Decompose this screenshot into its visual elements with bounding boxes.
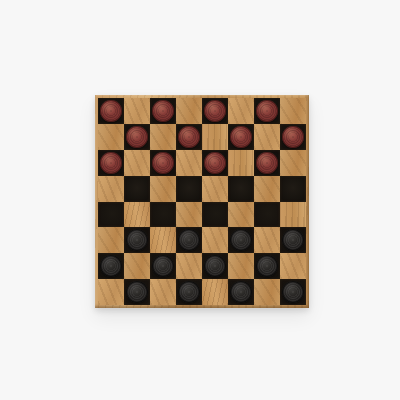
cell-d7[interactable] bbox=[176, 124, 202, 150]
cell-d2[interactable] bbox=[176, 253, 202, 279]
cell-d5[interactable] bbox=[176, 176, 202, 202]
cell-h5[interactable] bbox=[280, 176, 306, 202]
cell-c2[interactable] bbox=[150, 253, 176, 279]
cell-e5[interactable] bbox=[202, 176, 228, 202]
cell-f2[interactable] bbox=[228, 253, 254, 279]
red-checker[interactable] bbox=[256, 152, 278, 174]
cell-f6[interactable] bbox=[228, 150, 254, 176]
cell-c8[interactable] bbox=[150, 98, 176, 124]
cell-g6[interactable] bbox=[254, 150, 280, 176]
black-checker[interactable] bbox=[178, 281, 200, 303]
red-checker[interactable] bbox=[178, 126, 200, 148]
black-checker[interactable] bbox=[152, 255, 174, 277]
cell-f3[interactable] bbox=[228, 227, 254, 253]
cell-f1[interactable] bbox=[228, 279, 254, 305]
cell-b2[interactable] bbox=[124, 253, 150, 279]
red-checker[interactable] bbox=[126, 126, 148, 148]
red-checker[interactable] bbox=[230, 126, 252, 148]
cell-e8[interactable] bbox=[202, 98, 228, 124]
cell-g7[interactable] bbox=[254, 124, 280, 150]
cell-c7[interactable] bbox=[150, 124, 176, 150]
red-checker[interactable] bbox=[100, 152, 122, 174]
cell-e1[interactable] bbox=[202, 279, 228, 305]
cell-h6[interactable] bbox=[280, 150, 306, 176]
cell-f7[interactable] bbox=[228, 124, 254, 150]
cell-b8[interactable] bbox=[124, 98, 150, 124]
cell-b6[interactable] bbox=[124, 150, 150, 176]
cell-e7[interactable] bbox=[202, 124, 228, 150]
cell-e6[interactable] bbox=[202, 150, 228, 176]
black-checker[interactable] bbox=[230, 281, 252, 303]
cell-h3[interactable] bbox=[280, 227, 306, 253]
cell-f4[interactable] bbox=[228, 202, 254, 228]
cell-e3[interactable] bbox=[202, 227, 228, 253]
cell-b5[interactable] bbox=[124, 176, 150, 202]
cell-b4[interactable] bbox=[124, 202, 150, 228]
cell-a5[interactable] bbox=[98, 176, 124, 202]
black-checker[interactable] bbox=[126, 229, 148, 251]
cell-a2[interactable] bbox=[98, 253, 124, 279]
cell-c5[interactable] bbox=[150, 176, 176, 202]
board-grid bbox=[98, 98, 306, 305]
red-checker[interactable] bbox=[256, 100, 278, 122]
cell-c6[interactable] bbox=[150, 150, 176, 176]
cell-g1[interactable] bbox=[254, 279, 280, 305]
cell-b3[interactable] bbox=[124, 227, 150, 253]
black-checker[interactable] bbox=[282, 229, 304, 251]
black-checker[interactable] bbox=[282, 281, 304, 303]
cell-b7[interactable] bbox=[124, 124, 150, 150]
cell-g2[interactable] bbox=[254, 253, 280, 279]
cell-e4[interactable] bbox=[202, 202, 228, 228]
red-checker[interactable] bbox=[204, 152, 226, 174]
cell-h2[interactable] bbox=[280, 253, 306, 279]
red-checker[interactable] bbox=[100, 100, 122, 122]
cell-d4[interactable] bbox=[176, 202, 202, 228]
cell-d3[interactable] bbox=[176, 227, 202, 253]
cell-d6[interactable] bbox=[176, 150, 202, 176]
cell-d8[interactable] bbox=[176, 98, 202, 124]
cell-h4[interactable] bbox=[280, 202, 306, 228]
cell-a1[interactable] bbox=[98, 279, 124, 305]
black-checker[interactable] bbox=[126, 281, 148, 303]
photo-background bbox=[0, 0, 400, 400]
cell-a6[interactable] bbox=[98, 150, 124, 176]
cell-a8[interactable] bbox=[98, 98, 124, 124]
cell-e2[interactable] bbox=[202, 253, 228, 279]
red-checker[interactable] bbox=[204, 100, 226, 122]
cell-g5[interactable] bbox=[254, 176, 280, 202]
cell-c3[interactable] bbox=[150, 227, 176, 253]
black-checker[interactable] bbox=[100, 255, 122, 277]
cell-g4[interactable] bbox=[254, 202, 280, 228]
cell-g3[interactable] bbox=[254, 227, 280, 253]
red-checker[interactable] bbox=[282, 126, 304, 148]
cell-c4[interactable] bbox=[150, 202, 176, 228]
cell-h7[interactable] bbox=[280, 124, 306, 150]
cell-f8[interactable] bbox=[228, 98, 254, 124]
red-checker[interactable] bbox=[152, 152, 174, 174]
cell-f5[interactable] bbox=[228, 176, 254, 202]
black-checker[interactable] bbox=[256, 255, 278, 277]
cell-c1[interactable] bbox=[150, 279, 176, 305]
cell-d1[interactable] bbox=[176, 279, 202, 305]
cell-a4[interactable] bbox=[98, 202, 124, 228]
cell-b1[interactable] bbox=[124, 279, 150, 305]
black-checker[interactable] bbox=[204, 255, 226, 277]
cell-g8[interactable] bbox=[254, 98, 280, 124]
cell-a7[interactable] bbox=[98, 124, 124, 150]
cell-h8[interactable] bbox=[280, 98, 306, 124]
cell-h1[interactable] bbox=[280, 279, 306, 305]
black-checker[interactable] bbox=[230, 229, 252, 251]
red-checker[interactable] bbox=[152, 100, 174, 122]
checkers-board bbox=[95, 95, 309, 308]
cell-a3[interactable] bbox=[98, 227, 124, 253]
black-checker[interactable] bbox=[178, 229, 200, 251]
